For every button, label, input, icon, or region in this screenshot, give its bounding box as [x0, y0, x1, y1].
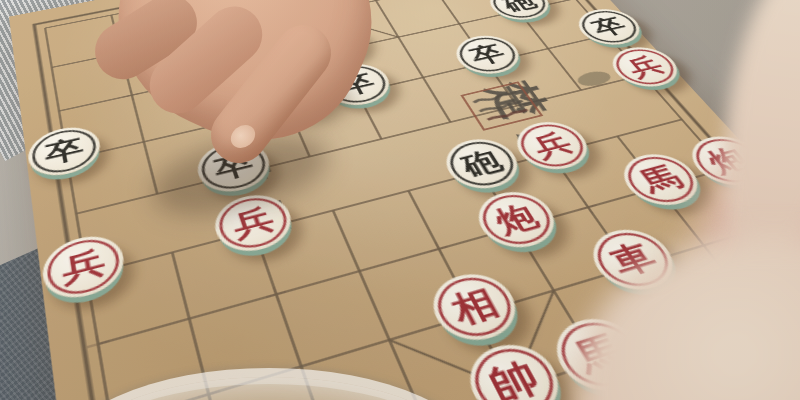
piece-character: 卒 [587, 15, 631, 39]
piece-character: 卒 [466, 41, 510, 67]
piece-character: 相 [446, 284, 503, 329]
piece-character: 卒 [335, 70, 379, 98]
piece-character: 兵 [527, 129, 577, 161]
piece-character: 兵 [60, 246, 108, 288]
board-ink-mark [574, 69, 615, 89]
piece-character: 砲 [457, 147, 507, 181]
piece-character: 帥 [483, 356, 545, 400]
piece-character: 象 [314, 30, 355, 55]
piece-character: 砲 [499, 0, 541, 14]
piece-character: 兵 [621, 53, 668, 80]
photo-scene: 楚河 漢界 士將象砲卒馬卒卒卒卒兵兵兵砲兵炮馬炮相車相帥馬車 [0, 0, 800, 400]
piece-character: 炮 [490, 200, 544, 238]
piece-character: 卒 [43, 135, 85, 168]
piece-character: 馬 [265, 66, 306, 94]
piece-character: 馬 [634, 162, 688, 197]
